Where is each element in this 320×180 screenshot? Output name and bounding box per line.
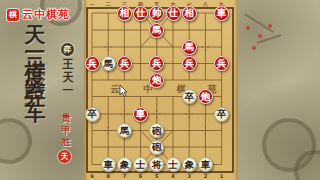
- piece-象[interactable]: 象: [182, 157, 197, 172]
- piece-車[interactable]: 車: [101, 157, 116, 172]
- piece-glyph: 車: [103, 160, 113, 170]
- piece-馬[interactable]: 馬: [149, 23, 164, 38]
- result-note: 贵甲胜: [59, 112, 73, 148]
- piece-卒[interactable]: 卒: [85, 107, 100, 122]
- piece-glyph: 兵: [120, 59, 130, 69]
- piece-glyph: 仕: [136, 8, 146, 18]
- piece-glyph: 卒: [184, 92, 194, 102]
- piece-glyph: 象: [120, 160, 130, 170]
- file-label-bottom: 7: [119, 173, 129, 179]
- piece-炮[interactable]: 炮: [198, 89, 213, 104]
- piece-glyph: 士: [136, 160, 146, 170]
- piece-仕[interactable]: 仕: [133, 6, 148, 21]
- piece-兵[interactable]: 兵: [182, 56, 197, 71]
- piece-車[interactable]: 車: [198, 157, 213, 172]
- plum-blossom: [246, 26, 250, 30]
- board-panel[interactable]: 一二三四五六七八九 987654321 云中棋苑 相仕帅仕相車馬馬兵兵兵兵兵炮炮…: [84, 0, 238, 180]
- plum-blossom: [258, 34, 262, 38]
- piece-glyph: 炮: [201, 92, 211, 102]
- piece-glyph: 砲: [152, 126, 162, 136]
- player-seal: 弈: [61, 43, 74, 56]
- file-label-bottom: 2: [200, 173, 210, 179]
- piece-glyph: 車: [217, 8, 227, 18]
- piece-glyph: 馬: [184, 42, 194, 52]
- piece-glyph: 砲: [152, 142, 162, 152]
- file-label-bottom: 4: [168, 173, 178, 179]
- piece-相[interactable]: 相: [182, 6, 197, 21]
- piece-glyph: 馬: [152, 25, 162, 35]
- file-label-top: 八: [200, 1, 210, 7]
- main-title-line-2: 三度弃车: [18, 50, 52, 68]
- piece-glyph: 帅: [152, 8, 162, 18]
- file-label-bottom: 9: [87, 173, 97, 179]
- piece-glyph: 炮: [152, 75, 162, 85]
- file-label-bottom: 8: [103, 173, 113, 179]
- piece-仕[interactable]: 仕: [166, 6, 181, 21]
- piece-glyph: 相: [184, 8, 194, 18]
- file-label-top: 一: [87, 1, 97, 7]
- plum-blossom: [268, 24, 272, 28]
- piece-馬[interactable]: 馬: [182, 40, 197, 55]
- main-title: 天一棋路 三度弃车: [18, 26, 52, 68]
- piece-卒[interactable]: 卒: [214, 107, 229, 122]
- piece-glyph: 車: [201, 160, 211, 170]
- file-label-bottom: 5: [152, 173, 162, 179]
- piece-馬[interactable]: 馬: [117, 123, 132, 138]
- piece-glyph: 兵: [87, 59, 97, 69]
- file-label-bottom: 1: [217, 173, 227, 179]
- left-panel: 棋 云中棋苑 天一棋路 三度弃车 弈 王天一 贵甲胜 天: [0, 0, 84, 180]
- piece-glyph: 馬: [120, 126, 130, 136]
- main-title-line-1: 天一棋路: [18, 26, 52, 44]
- piece-士[interactable]: 士: [133, 157, 148, 172]
- site-name: 云中棋苑: [22, 7, 70, 22]
- piece-兵[interactable]: 兵: [85, 56, 100, 71]
- piece-glyph: 馬: [103, 59, 113, 69]
- piece-帅[interactable]: 帅: [149, 6, 164, 21]
- file-label-bottom: 6: [136, 173, 146, 179]
- plum-blossom: [252, 46, 256, 50]
- piece-象[interactable]: 象: [117, 157, 132, 172]
- piece-砲[interactable]: 砲: [149, 140, 164, 155]
- thumbnail-stage: 棋 云中棋苑 天一棋路 三度弃车 弈 王天一 贵甲胜 天 一二三四五六七八九 9…: [0, 0, 320, 180]
- right-panel: 天天MV 大师棋路 「新中炮辑」 盗版必究 云中棋苑 棋: [238, 0, 320, 180]
- player-name: 王天一: [61, 58, 75, 97]
- file-label-bottom: 3: [184, 173, 194, 179]
- result-seal: 天: [58, 150, 71, 163]
- piece-卒[interactable]: 卒: [182, 89, 197, 104]
- site-row: 棋 云中棋苑: [7, 7, 70, 22]
- piece-glyph: 車: [136, 109, 146, 119]
- piece-glyph: 兵: [184, 59, 194, 69]
- piece-glyph: 象: [184, 160, 194, 170]
- piece-glyph: 兵: [152, 59, 162, 69]
- piece-glyph: 仕: [168, 8, 178, 18]
- piece-馬[interactable]: 馬: [101, 56, 116, 71]
- piece-車[interactable]: 車: [133, 107, 148, 122]
- piece-士[interactable]: 士: [166, 157, 181, 172]
- piece-炮[interactable]: 炮: [149, 73, 164, 88]
- site-badge: 棋: [7, 9, 19, 21]
- piece-glyph: 士: [168, 160, 178, 170]
- cursor-icon: [119, 85, 128, 97]
- file-label-top: 二: [103, 1, 113, 7]
- piece-相[interactable]: 相: [117, 6, 132, 21]
- piece-glyph: 将: [152, 160, 162, 170]
- piece-兵[interactable]: 兵: [214, 56, 229, 71]
- piece-兵[interactable]: 兵: [117, 56, 132, 71]
- piece-glyph: 卒: [87, 109, 97, 119]
- piece-glyph: 卒: [217, 109, 227, 119]
- piece-glyph: 兵: [217, 59, 227, 69]
- piece-glyph: 相: [120, 8, 130, 18]
- piece-車[interactable]: 車: [214, 6, 229, 21]
